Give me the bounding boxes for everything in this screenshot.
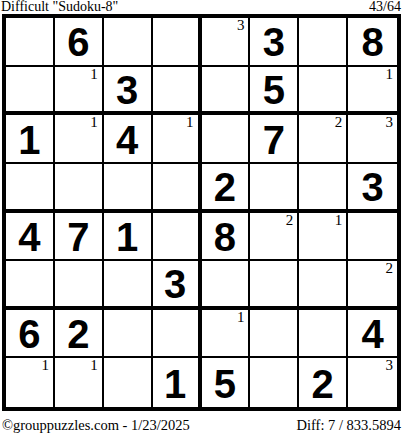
cell-r8c4[interactable]: 1 <box>153 358 202 407</box>
cell-r3c3[interactable]: 4 <box>104 115 153 164</box>
cell-r8c3[interactable] <box>104 358 153 407</box>
cell-r5c5[interactable]: 8 <box>202 213 251 262</box>
cell-r4c5[interactable]: 2 <box>202 164 251 213</box>
cell-value: 4 <box>18 215 40 257</box>
cell-r1c7[interactable] <box>299 18 348 67</box>
cell-r6c2[interactable] <box>55 261 104 310</box>
cell-r4c8[interactable]: 3 <box>348 164 397 213</box>
cell-r6c4[interactable]: 3 <box>153 261 202 310</box>
cell-value: 6 <box>18 312 40 354</box>
cell-r7c5[interactable]: 1 <box>202 310 251 359</box>
cell-r2c4[interactable] <box>153 67 202 116</box>
cell-value: 2 <box>312 362 334 404</box>
cell-r6c6[interactable] <box>250 261 299 310</box>
remaining-counter: 43/64 <box>369 0 401 14</box>
pencil-mark: 1 <box>386 67 394 82</box>
cell-r8c6[interactable] <box>250 358 299 407</box>
cell-r8c8[interactable]: 3 <box>348 358 397 407</box>
cell-r4c4[interactable] <box>153 164 202 213</box>
cell-r8c5[interactable]: 5 <box>202 358 251 407</box>
cell-value: 8 <box>361 20 383 62</box>
cell-r8c1[interactable]: 1 <box>6 358 55 407</box>
cell-value: 4 <box>361 312 383 354</box>
pencil-mark: 2 <box>386 261 394 276</box>
cell-r1c6[interactable]: 3 <box>250 18 299 67</box>
cell-r3c1[interactable]: 1 <box>6 115 55 164</box>
cell-r3c8[interactable]: 3 <box>348 115 397 164</box>
cell-value: 6 <box>67 20 89 62</box>
cell-r7c1[interactable]: 6 <box>6 310 55 359</box>
sudoku-board: 63381351114172323471821326214111523 <box>2 14 401 411</box>
cell-r1c3[interactable] <box>104 18 153 67</box>
cell-r4c6[interactable] <box>250 164 299 213</box>
cell-r6c7[interactable] <box>299 261 348 310</box>
cell-r2c8[interactable]: 1 <box>348 67 397 116</box>
cell-r6c8[interactable]: 2 <box>348 261 397 310</box>
pencil-mark: 1 <box>90 358 98 373</box>
pencil-mark: 1 <box>90 67 98 82</box>
cell-value: 8 <box>214 215 236 257</box>
cell-r3c2[interactable]: 1 <box>55 115 104 164</box>
cell-r4c2[interactable] <box>55 164 104 213</box>
pencil-mark: 3 <box>237 18 245 33</box>
footer: ©grouppuzzles.com - 1/23/2025 Diff: 7 / … <box>2 417 401 434</box>
cell-r5c4[interactable] <box>153 213 202 262</box>
cell-r7c4[interactable] <box>153 310 202 359</box>
cell-r5c1[interactable]: 4 <box>6 213 55 262</box>
cell-r1c2[interactable]: 6 <box>55 18 104 67</box>
cell-r3c5[interactable] <box>202 115 251 164</box>
cell-r5c7[interactable]: 1 <box>299 213 348 262</box>
cell-r3c7[interactable]: 2 <box>299 115 348 164</box>
cell-value: 5 <box>263 68 285 110</box>
puzzle-title: Difficult "Sudoku-8" <box>1 0 118 14</box>
cell-r5c3[interactable]: 1 <box>104 213 153 262</box>
cell-r6c5[interactable] <box>202 261 251 310</box>
pencil-mark: 1 <box>186 115 194 130</box>
cell-r5c6[interactable]: 2 <box>250 213 299 262</box>
cell-r1c8[interactable]: 8 <box>348 18 397 67</box>
cell-value: 4 <box>116 118 138 160</box>
cell-r5c2[interactable]: 7 <box>55 213 104 262</box>
cell-r2c7[interactable] <box>299 67 348 116</box>
cell-value: 2 <box>214 165 236 207</box>
cell-r1c4[interactable] <box>153 18 202 67</box>
cell-r1c5[interactable]: 3 <box>202 18 251 67</box>
cell-r4c1[interactable] <box>6 164 55 213</box>
pencil-mark: 3 <box>386 358 394 373</box>
cell-value: 7 <box>263 118 285 160</box>
cell-r4c7[interactable] <box>299 164 348 213</box>
copyright-text: ©grouppuzzles.com - 1/23/2025 <box>2 417 190 434</box>
cell-value: 3 <box>164 262 186 304</box>
cell-value: 2 <box>67 312 89 354</box>
cell-value: 5 <box>214 362 236 404</box>
pencil-mark: 2 <box>286 213 294 228</box>
cell-r2c6[interactable]: 5 <box>250 67 299 116</box>
cell-r8c2[interactable]: 1 <box>55 358 104 407</box>
cell-r6c1[interactable] <box>6 261 55 310</box>
cell-r2c5[interactable] <box>202 67 251 116</box>
pencil-mark: 1 <box>237 310 245 325</box>
cell-value: 3 <box>116 68 138 110</box>
cell-r6c3[interactable] <box>104 261 153 310</box>
cell-value: 3 <box>361 165 383 207</box>
cell-r7c2[interactable]: 2 <box>55 310 104 359</box>
cell-r7c3[interactable] <box>104 310 153 359</box>
cell-r5c8[interactable] <box>348 213 397 262</box>
cell-r7c7[interactable] <box>299 310 348 359</box>
cell-r2c3[interactable]: 3 <box>104 67 153 116</box>
cell-value: 3 <box>263 20 285 62</box>
pencil-mark: 1 <box>335 213 343 228</box>
cell-r3c6[interactable]: 7 <box>250 115 299 164</box>
cell-r1c1[interactable] <box>6 18 55 67</box>
pencil-mark: 2 <box>335 115 343 130</box>
cell-value: 1 <box>116 215 138 257</box>
cell-r3c4[interactable]: 1 <box>153 115 202 164</box>
cell-r7c6[interactable] <box>250 310 299 359</box>
cell-r8c7[interactable]: 2 <box>299 358 348 407</box>
cell-value: 1 <box>18 118 40 160</box>
header: Difficult "Sudoku-8" 43/64 <box>1 0 401 14</box>
cell-r4c3[interactable] <box>104 164 153 213</box>
pencil-mark: 1 <box>41 358 49 373</box>
pencil-mark: 1 <box>90 115 98 130</box>
cell-value: 1 <box>164 362 186 404</box>
pencil-mark: 3 <box>386 115 394 130</box>
cell-value: 7 <box>67 215 89 257</box>
cell-r2c2[interactable]: 1 <box>55 67 104 116</box>
difficulty-text: Diff: 7 / 833.5894 <box>297 417 401 434</box>
cell-r7c8[interactable]: 4 <box>348 310 397 359</box>
cell-r2c1[interactable] <box>6 67 55 116</box>
